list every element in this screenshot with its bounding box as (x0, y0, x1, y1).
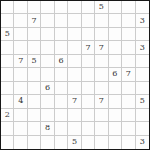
cell-r1c2[interactable] (14, 1, 27, 14)
cell-r8c11-clue-5: 5 (136, 95, 149, 108)
cell-r7c3[interactable] (28, 82, 41, 95)
cell-r11c5[interactable] (55, 136, 68, 149)
cell-r3c9[interactable] (109, 28, 122, 41)
cell-r8c3[interactable] (28, 95, 41, 108)
cell-r5c10[interactable] (122, 55, 135, 68)
cell-r5c5-clue-6: 6 (55, 55, 68, 68)
cell-r2c11-clue-3: 3 (136, 14, 149, 27)
cell-r7c6[interactable] (68, 82, 81, 95)
cell-r7c2[interactable] (14, 82, 27, 95)
cell-r7c7[interactable] (82, 82, 95, 95)
cell-r1c11[interactable] (136, 1, 149, 14)
cell-r3c1-clue-5: 5 (1, 28, 14, 41)
cell-r6c9-clue-6: 6 (109, 68, 122, 81)
cell-r3c7[interactable] (82, 28, 95, 41)
cell-r5c1[interactable] (1, 55, 14, 68)
cell-r10c10[interactable] (122, 122, 135, 135)
cell-r11c10[interactable] (122, 136, 135, 149)
cell-r8c6-clue-7: 7 (68, 95, 81, 108)
cell-r11c6-clue-5: 5 (68, 136, 81, 149)
cell-r5c3-clue-5: 5 (28, 55, 41, 68)
cell-r4c3[interactable] (28, 41, 41, 54)
cell-r8c7[interactable] (82, 95, 95, 108)
cell-r8c2-clue-4: 4 (14, 95, 27, 108)
cell-r3c3[interactable] (28, 28, 41, 41)
cell-r1c1[interactable] (1, 1, 14, 14)
cell-r5c9[interactable] (109, 55, 122, 68)
cell-r11c2[interactable] (14, 136, 27, 149)
cell-r4c11-clue-3: 3 (136, 41, 149, 54)
cell-r7c1[interactable] (1, 82, 14, 95)
cell-r8c4[interactable] (41, 95, 54, 108)
cell-r6c11[interactable] (136, 68, 149, 81)
cell-r9c7[interactable] (82, 109, 95, 122)
cell-r6c4[interactable] (41, 68, 54, 81)
cell-r10c4-clue-8: 8 (41, 122, 54, 135)
cell-r2c7[interactable] (82, 14, 95, 27)
cell-r10c9[interactable] (109, 122, 122, 135)
cell-r4c9[interactable] (109, 41, 122, 54)
cell-r10c6[interactable] (68, 122, 81, 135)
cell-r8c8-clue-7: 7 (95, 95, 108, 108)
cell-r9c4[interactable] (41, 109, 54, 122)
cell-r6c1[interactable] (1, 68, 14, 81)
cell-r11c11-clue-3: 3 (136, 136, 149, 149)
cell-r2c9[interactable] (109, 14, 122, 27)
cell-r6c10-clue-7: 7 (122, 68, 135, 81)
cell-r6c7[interactable] (82, 68, 95, 81)
cell-r4c7-clue-7: 7 (82, 41, 95, 54)
cell-r1c7[interactable] (82, 1, 95, 14)
cell-r6c5[interactable] (55, 68, 68, 81)
cell-r3c8[interactable] (95, 28, 108, 41)
cell-r4c8-clue-7: 7 (95, 41, 108, 54)
cell-r9c10[interactable] (122, 109, 135, 122)
cell-r8c9[interactable] (109, 95, 122, 108)
cell-r9c1-clue-2: 2 (1, 109, 14, 122)
cell-r4c2[interactable] (14, 41, 27, 54)
cell-r9c2[interactable] (14, 109, 27, 122)
cell-r1c5[interactable] (55, 1, 68, 14)
cell-r11c9[interactable] (109, 136, 122, 149)
cell-r1c6[interactable] (68, 1, 81, 14)
cell-r2c1[interactable] (1, 14, 14, 27)
cell-r1c10[interactable] (122, 1, 135, 14)
cell-r8c10[interactable] (122, 95, 135, 108)
cell-r11c7[interactable] (82, 136, 95, 149)
cell-r10c5[interactable] (55, 122, 68, 135)
cell-r3c5[interactable] (55, 28, 68, 41)
cell-r5c7[interactable] (82, 55, 95, 68)
cell-r1c3[interactable] (28, 1, 41, 14)
cell-r10c11[interactable] (136, 122, 149, 135)
cell-r6c8[interactable] (95, 68, 108, 81)
cell-r6c3[interactable] (28, 68, 41, 81)
cell-r8c1[interactable] (1, 95, 14, 108)
cell-r5c4[interactable] (41, 55, 54, 68)
cell-r5c2-clue-7: 7 (14, 55, 27, 68)
cell-r7c4-clue-6: 6 (41, 82, 54, 95)
cell-r2c10[interactable] (122, 14, 135, 27)
cell-r1c9[interactable] (109, 1, 122, 14)
cell-r2c4[interactable] (41, 14, 54, 27)
cell-r8c5[interactable] (55, 95, 68, 108)
cell-r9c6[interactable] (68, 109, 81, 122)
cell-r5c6[interactable] (68, 55, 81, 68)
cell-r5c8[interactable] (95, 55, 108, 68)
cell-r2c6[interactable] (68, 14, 81, 27)
cell-r11c4[interactable] (41, 136, 54, 149)
cell-r9c5[interactable] (55, 109, 68, 122)
cell-r2c8[interactable] (95, 14, 108, 27)
cell-r10c7[interactable] (82, 122, 95, 135)
cell-r10c3[interactable] (28, 122, 41, 135)
cell-r3c2[interactable] (14, 28, 27, 41)
cell-r10c2[interactable] (14, 122, 27, 135)
cell-r10c1[interactable] (1, 122, 14, 135)
cell-r1c4[interactable] (41, 1, 54, 14)
cell-r3c4[interactable] (41, 28, 54, 41)
puzzle-board: 573577375667647752853 (0, 0, 150, 150)
cell-r11c1[interactable] (1, 136, 14, 149)
cell-r3c11[interactable] (136, 28, 149, 41)
cell-r7c8[interactable] (95, 82, 108, 95)
cell-r1c8-clue-5: 5 (95, 1, 108, 14)
cell-r4c4[interactable] (41, 41, 54, 54)
cell-r9c11[interactable] (136, 109, 149, 122)
cell-r3c10[interactable] (122, 28, 135, 41)
cell-r2c3-clue-7: 7 (28, 14, 41, 27)
cell-r10c8[interactable] (95, 122, 108, 135)
cell-r4c6[interactable] (68, 41, 81, 54)
cell-r7c11[interactable] (136, 82, 149, 95)
cell-r4c5[interactable] (55, 41, 68, 54)
cell-r4c1[interactable] (1, 41, 14, 54)
cell-r7c9[interactable] (109, 82, 122, 95)
cell-r7c5[interactable] (55, 82, 68, 95)
cell-r2c5[interactable] (55, 14, 68, 27)
cell-r6c6[interactable] (68, 68, 81, 81)
cell-r2c2[interactable] (14, 14, 27, 27)
cell-r7c10[interactable] (122, 82, 135, 95)
cell-r4c10[interactable] (122, 41, 135, 54)
cell-r9c8[interactable] (95, 109, 108, 122)
cell-r5c11[interactable] (136, 55, 149, 68)
cell-r11c3[interactable] (28, 136, 41, 149)
cell-r9c9[interactable] (109, 109, 122, 122)
cell-r11c8[interactable] (95, 136, 108, 149)
cell-r9c3[interactable] (28, 109, 41, 122)
cell-r6c2[interactable] (14, 68, 27, 81)
cell-r3c6[interactable] (68, 28, 81, 41)
